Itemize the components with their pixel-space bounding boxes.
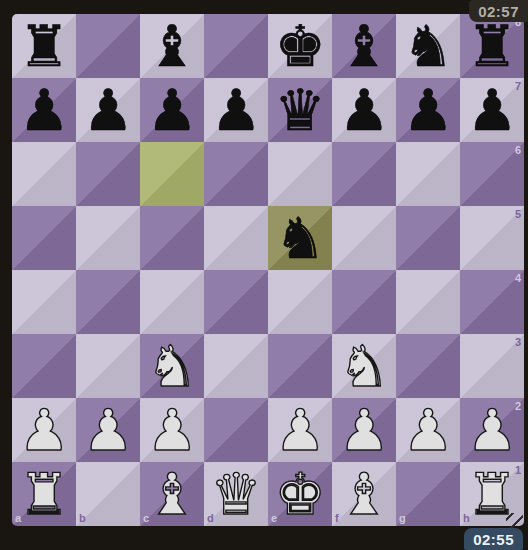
square-b8[interactable] — [76, 14, 140, 78]
piece-black-rook-a8[interactable]: ♜ — [12, 14, 76, 78]
square-e3[interactable] — [268, 334, 332, 398]
square-b2[interactable]: ♟ — [76, 398, 140, 462]
square-g5[interactable] — [396, 206, 460, 270]
square-e1[interactable]: e♚ — [268, 462, 332, 526]
square-g6[interactable] — [396, 142, 460, 206]
square-h8[interactable]: 8♜ — [460, 14, 524, 78]
clock-white: 02:55 — [464, 528, 523, 550]
piece-white-pawn-h2[interactable]: ♟ — [460, 398, 524, 462]
piece-black-king-e8[interactable]: ♚ — [268, 14, 332, 78]
square-e4[interactable] — [268, 270, 332, 334]
square-d3[interactable] — [204, 334, 268, 398]
square-h2[interactable]: 2♟ — [460, 398, 524, 462]
square-h6[interactable]: 6 — [460, 142, 524, 206]
square-c6[interactable] — [140, 142, 204, 206]
clock-black-time: 02:57 — [478, 3, 519, 20]
piece-black-pawn-d7[interactable]: ♟ — [204, 78, 268, 142]
square-b6[interactable] — [76, 142, 140, 206]
square-f5[interactable] — [332, 206, 396, 270]
game-screen: 02:57 ♜♝♚♝♞8♜♟♟♟♟♛♟♟7♟6♞54♞♞3♟♟♟♟♟♟2♟a♜b… — [0, 0, 528, 550]
square-c4[interactable] — [140, 270, 204, 334]
square-b4[interactable] — [76, 270, 140, 334]
square-d5[interactable] — [204, 206, 268, 270]
square-c7[interactable]: ♟ — [140, 78, 204, 142]
square-d7[interactable]: ♟ — [204, 78, 268, 142]
square-a6[interactable] — [12, 142, 76, 206]
piece-white-pawn-f2[interactable]: ♟ — [332, 398, 396, 462]
square-h3[interactable]: 3 — [460, 334, 524, 398]
piece-black-pawn-f7[interactable]: ♟ — [332, 78, 396, 142]
square-h4[interactable]: 4 — [460, 270, 524, 334]
piece-black-queen-e7[interactable]: ♛ — [268, 78, 332, 142]
square-f1[interactable]: f♝ — [332, 462, 396, 526]
board-resize-handle[interactable] — [506, 513, 523, 528]
square-d4[interactable] — [204, 270, 268, 334]
rank-label-6: 6 — [515, 145, 521, 156]
piece-black-bishop-f8[interactable]: ♝ — [332, 14, 396, 78]
rank-label-4: 4 — [515, 273, 521, 284]
piece-white-pawn-g2[interactable]: ♟ — [396, 398, 460, 462]
square-c1[interactable]: c♝ — [140, 462, 204, 526]
square-a2[interactable]: ♟ — [12, 398, 76, 462]
chess-board[interactable]: ♜♝♚♝♞8♜♟♟♟♟♛♟♟7♟6♞54♞♞3♟♟♟♟♟♟2♟a♜bc♝d♛e♚… — [12, 14, 524, 526]
square-g4[interactable] — [396, 270, 460, 334]
square-h5[interactable]: 5 — [460, 206, 524, 270]
square-f8[interactable]: ♝ — [332, 14, 396, 78]
square-f4[interactable] — [332, 270, 396, 334]
piece-white-knight-f3[interactable]: ♞ — [332, 334, 396, 398]
square-a4[interactable] — [12, 270, 76, 334]
square-d6[interactable] — [204, 142, 268, 206]
piece-white-bishop-f1[interactable]: ♝ — [332, 462, 396, 526]
square-c2[interactable]: ♟ — [140, 398, 204, 462]
square-b7[interactable]: ♟ — [76, 78, 140, 142]
square-e8[interactable]: ♚ — [268, 14, 332, 78]
square-f6[interactable] — [332, 142, 396, 206]
piece-black-pawn-h7[interactable]: ♟ — [460, 78, 524, 142]
square-c5[interactable] — [140, 206, 204, 270]
square-a7[interactable]: ♟ — [12, 78, 76, 142]
square-a1[interactable]: a♜ — [12, 462, 76, 526]
square-d2[interactable] — [204, 398, 268, 462]
rank-label-3: 3 — [515, 337, 521, 348]
piece-white-pawn-e2[interactable]: ♟ — [268, 398, 332, 462]
square-b1[interactable]: b — [76, 462, 140, 526]
piece-white-bishop-c1[interactable]: ♝ — [140, 462, 204, 526]
piece-black-pawn-a7[interactable]: ♟ — [12, 78, 76, 142]
piece-black-pawn-b7[interactable]: ♟ — [76, 78, 140, 142]
square-g3[interactable] — [396, 334, 460, 398]
square-a5[interactable] — [12, 206, 76, 270]
square-g8[interactable]: ♞ — [396, 14, 460, 78]
rank-label-5: 5 — [515, 209, 521, 220]
piece-black-bishop-c8[interactable]: ♝ — [140, 14, 204, 78]
square-d1[interactable]: d♛ — [204, 462, 268, 526]
square-a8[interactable]: ♜ — [12, 14, 76, 78]
square-f3[interactable]: ♞ — [332, 334, 396, 398]
square-e7[interactable]: ♛ — [268, 78, 332, 142]
square-f7[interactable]: ♟ — [332, 78, 396, 142]
square-e6[interactable] — [268, 142, 332, 206]
file-label-g: g — [399, 513, 406, 524]
piece-white-queen-d1[interactable]: ♛ — [204, 462, 268, 526]
square-b3[interactable] — [76, 334, 140, 398]
file-label-b: b — [79, 513, 86, 524]
piece-white-pawn-b2[interactable]: ♟ — [76, 398, 140, 462]
square-e2[interactable]: ♟ — [268, 398, 332, 462]
square-e5[interactable]: ♞ — [268, 206, 332, 270]
square-b5[interactable] — [76, 206, 140, 270]
piece-white-pawn-c2[interactable]: ♟ — [140, 398, 204, 462]
piece-white-pawn-a2[interactable]: ♟ — [12, 398, 76, 462]
square-g1[interactable]: g — [396, 462, 460, 526]
square-a3[interactable] — [12, 334, 76, 398]
piece-black-pawn-c7[interactable]: ♟ — [140, 78, 204, 142]
square-c3[interactable]: ♞ — [140, 334, 204, 398]
piece-white-rook-a1[interactable]: ♜ — [12, 462, 76, 526]
square-d8[interactable] — [204, 14, 268, 78]
square-f2[interactable]: ♟ — [332, 398, 396, 462]
piece-black-knight-g8[interactable]: ♞ — [396, 14, 460, 78]
clock-white-time: 02:55 — [473, 531, 514, 548]
piece-white-knight-c3[interactable]: ♞ — [140, 334, 204, 398]
piece-black-pawn-g7[interactable]: ♟ — [396, 78, 460, 142]
square-h7[interactable]: 7♟ — [460, 78, 524, 142]
square-g7[interactable]: ♟ — [396, 78, 460, 142]
piece-white-king-e1[interactable]: ♚ — [268, 462, 332, 526]
piece-black-knight-e5[interactable]: ♞ — [268, 206, 332, 270]
piece-black-rook-h8[interactable]: ♜ — [460, 14, 524, 78]
square-c8[interactable]: ♝ — [140, 14, 204, 78]
clock-black: 02:57 — [469, 0, 528, 22]
square-g2[interactable]: ♟ — [396, 398, 460, 462]
